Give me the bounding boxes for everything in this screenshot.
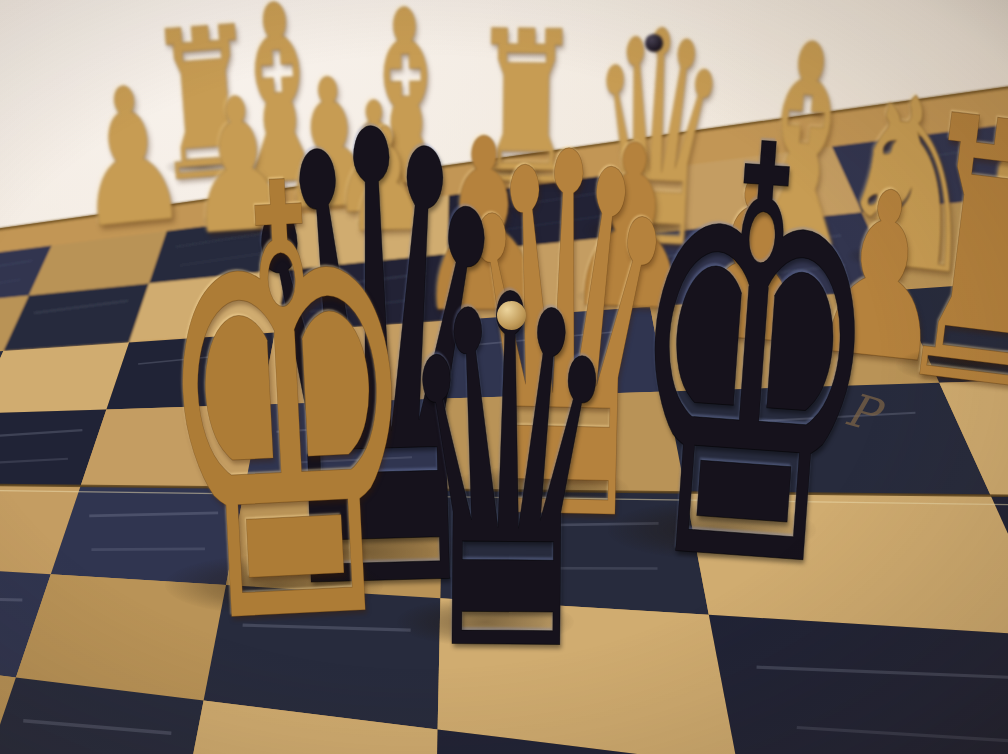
square-f4 bbox=[440, 490, 708, 615]
square-f5 bbox=[443, 391, 686, 492]
square-f3 bbox=[438, 598, 738, 754]
photo-chess-scene: ♚♛♛♛♚♟♟♟♟♟♜♟♜♟♝♟♟♝♜♛♝♞♟ P bbox=[0, 0, 1008, 754]
square-g6 bbox=[650, 290, 939, 392]
square-d6 bbox=[106, 333, 275, 410]
square-g4 bbox=[686, 492, 1008, 636]
square-e6 bbox=[261, 321, 446, 405]
square-f6 bbox=[445, 307, 667, 399]
square-d5 bbox=[81, 404, 261, 487]
square-g5 bbox=[666, 383, 991, 496]
square-d4 bbox=[51, 486, 245, 585]
square-g3 bbox=[709, 615, 1008, 754]
chessboard bbox=[0, 0, 1008, 754]
square-e4 bbox=[226, 488, 443, 599]
square-e5 bbox=[245, 399, 445, 490]
